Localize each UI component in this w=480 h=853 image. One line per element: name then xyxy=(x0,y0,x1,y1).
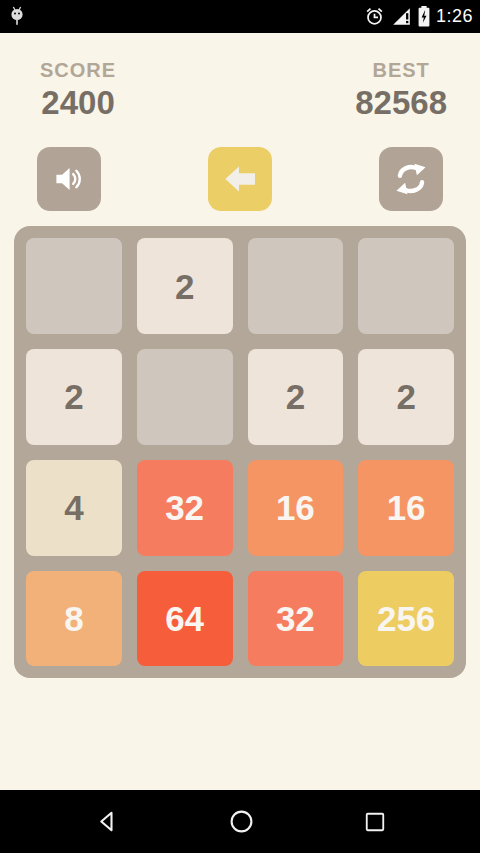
empty-cell xyxy=(137,349,233,445)
tile-64: 64 xyxy=(137,571,233,667)
empty-cell xyxy=(26,238,122,334)
tile-16: 16 xyxy=(248,460,344,556)
speaker-icon xyxy=(51,161,87,197)
status-time: 1:26 xyxy=(436,6,473,27)
toolbar xyxy=(0,147,480,211)
empty-cell xyxy=(358,238,454,334)
tile-2: 2 xyxy=(248,349,344,445)
board[interactable]: 2222432161686432256 xyxy=(14,226,466,678)
sound-button[interactable] xyxy=(37,147,101,211)
score-label: SCORE xyxy=(40,59,116,81)
tile-2: 2 xyxy=(26,349,122,445)
status-bar: 1:26 xyxy=(0,0,480,33)
nav-back-button[interactable] xyxy=(94,809,119,834)
undo-button[interactable] xyxy=(208,147,272,211)
restart-button[interactable] xyxy=(379,147,443,211)
tile-4: 4 xyxy=(26,460,122,556)
tile-32: 32 xyxy=(137,460,233,556)
cell-signal-alert-icon xyxy=(391,6,412,27)
back-triangle-icon xyxy=(94,809,119,834)
tile-256: 256 xyxy=(358,571,454,667)
recents-square-icon xyxy=(364,811,386,833)
refresh-icon xyxy=(392,160,430,198)
tile-8: 8 xyxy=(26,571,122,667)
tile-32: 32 xyxy=(248,571,344,667)
tile-16: 16 xyxy=(358,460,454,556)
best-value: 82568 xyxy=(355,85,447,121)
nav-recents-button[interactable] xyxy=(364,811,386,833)
nav-home-button[interactable] xyxy=(229,809,254,834)
battery-charging-icon xyxy=(418,6,430,27)
score-value: 2400 xyxy=(41,85,114,121)
empty-cell xyxy=(248,238,344,334)
tile-2: 2 xyxy=(137,238,233,334)
best-label: BEST xyxy=(372,59,429,81)
alarm-clock-icon xyxy=(364,6,385,27)
android-head-icon xyxy=(7,5,27,28)
home-circle-icon xyxy=(229,809,254,834)
best-block: BEST 82568 xyxy=(355,59,447,121)
tile-2: 2 xyxy=(358,349,454,445)
score-block: SCORE 2400 xyxy=(40,59,116,121)
navigation-bar xyxy=(0,790,480,853)
score-panel: SCORE 2400 BEST 82568 xyxy=(0,33,480,121)
back-arrow-icon xyxy=(220,159,260,199)
